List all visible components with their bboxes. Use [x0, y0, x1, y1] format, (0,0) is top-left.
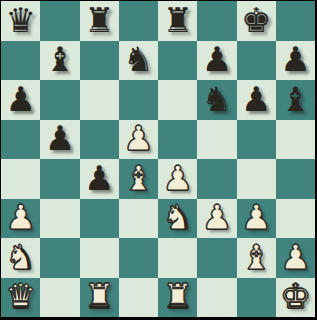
square-a2[interactable]: ♞ [1, 238, 40, 278]
piece-black-pawn[interactable]: ♟ [241, 82, 271, 116]
piece-white-pawn[interactable]: ♟ [280, 240, 310, 274]
square-a8[interactable]: ♛ [1, 1, 40, 41]
board-grid: ♛♜♜♚♝♞♟♟♟♞♟♝♟♟♟♝♟♟♞♟♟♞♝♟♛♜♜♚ [1, 1, 315, 317]
square-d2[interactable] [119, 238, 158, 278]
square-c8[interactable]: ♜ [80, 1, 119, 41]
square-e6[interactable] [158, 80, 197, 120]
square-d1[interactable] [119, 278, 158, 318]
square-c2[interactable] [80, 238, 119, 278]
piece-white-queen[interactable]: ♛ [5, 279, 35, 313]
square-h6[interactable]: ♝ [276, 80, 315, 120]
square-d8[interactable] [119, 1, 158, 41]
square-f7[interactable]: ♟ [197, 41, 236, 81]
square-h7[interactable]: ♟ [276, 41, 315, 81]
square-f4[interactable] [197, 159, 236, 199]
square-e3[interactable]: ♞ [158, 199, 197, 239]
square-h3[interactable] [276, 199, 315, 239]
square-b1[interactable] [40, 278, 79, 318]
square-f6[interactable]: ♞ [197, 80, 236, 120]
piece-white-pawn[interactable]: ♟ [202, 200, 232, 234]
piece-black-bishop[interactable]: ♝ [45, 42, 75, 76]
piece-white-king[interactable]: ♚ [280, 279, 310, 313]
square-b7[interactable]: ♝ [40, 41, 79, 81]
square-a5[interactable] [1, 120, 40, 160]
square-e2[interactable] [158, 238, 197, 278]
square-h5[interactable] [276, 120, 315, 160]
square-f5[interactable] [197, 120, 236, 160]
square-g5[interactable] [237, 120, 276, 160]
square-g7[interactable] [237, 41, 276, 81]
square-h8[interactable] [276, 1, 315, 41]
square-b4[interactable] [40, 159, 79, 199]
square-g1[interactable] [237, 278, 276, 318]
square-h2[interactable]: ♟ [276, 238, 315, 278]
square-d5[interactable]: ♟ [119, 120, 158, 160]
piece-white-knight[interactable]: ♞ [162, 200, 192, 234]
piece-black-knight[interactable]: ♞ [123, 42, 153, 76]
square-a4[interactable] [1, 159, 40, 199]
square-b3[interactable] [40, 199, 79, 239]
square-a6[interactable]: ♟ [1, 80, 40, 120]
square-g2[interactable]: ♝ [237, 238, 276, 278]
square-b2[interactable] [40, 238, 79, 278]
square-g3[interactable]: ♟ [237, 199, 276, 239]
square-a3[interactable]: ♟ [1, 199, 40, 239]
square-d7[interactable]: ♞ [119, 41, 158, 81]
square-g6[interactable]: ♟ [237, 80, 276, 120]
chess-board: ♛♜♜♚♝♞♟♟♟♞♟♝♟♟♟♝♟♟♞♟♟♞♝♟♛♜♜♚ [0, 0, 317, 320]
square-e8[interactable]: ♜ [158, 1, 197, 41]
square-f2[interactable] [197, 238, 236, 278]
square-g4[interactable] [237, 159, 276, 199]
square-b6[interactable] [40, 80, 79, 120]
square-e1[interactable]: ♜ [158, 278, 197, 318]
piece-black-knight[interactable]: ♞ [202, 82, 232, 116]
square-a1[interactable]: ♛ [1, 278, 40, 318]
piece-black-pawn[interactable]: ♟ [5, 82, 35, 116]
square-f3[interactable]: ♟ [197, 199, 236, 239]
piece-black-rook[interactable]: ♜ [84, 3, 114, 37]
square-c6[interactable] [80, 80, 119, 120]
piece-black-pawn[interactable]: ♟ [202, 42, 232, 76]
square-d6[interactable] [119, 80, 158, 120]
piece-white-bishop[interactable]: ♝ [241, 240, 271, 274]
piece-black-pawn[interactable]: ♟ [45, 121, 75, 155]
square-c5[interactable] [80, 120, 119, 160]
square-c1[interactable]: ♜ [80, 278, 119, 318]
piece-white-knight[interactable]: ♞ [5, 240, 35, 274]
square-c3[interactable] [80, 199, 119, 239]
square-g8[interactable]: ♚ [237, 1, 276, 41]
square-e4[interactable]: ♟ [158, 159, 197, 199]
piece-black-rook[interactable]: ♜ [162, 3, 192, 37]
piece-white-rook[interactable]: ♜ [162, 279, 192, 313]
piece-white-bishop[interactable]: ♝ [123, 161, 153, 195]
square-d3[interactable] [119, 199, 158, 239]
piece-white-rook[interactable]: ♜ [84, 279, 114, 313]
square-e7[interactable] [158, 41, 197, 81]
square-f1[interactable] [197, 278, 236, 318]
piece-white-pawn[interactable]: ♟ [123, 121, 153, 155]
piece-black-pawn[interactable]: ♟ [84, 161, 114, 195]
piece-black-queen[interactable]: ♛ [5, 3, 35, 37]
piece-white-pawn[interactable]: ♟ [5, 200, 35, 234]
piece-black-pawn[interactable]: ♟ [280, 42, 310, 76]
piece-black-bishop[interactable]: ♝ [280, 82, 310, 116]
piece-white-pawn[interactable]: ♟ [241, 200, 271, 234]
square-e5[interactable] [158, 120, 197, 160]
piece-white-pawn[interactable]: ♟ [162, 161, 192, 195]
square-c4[interactable]: ♟ [80, 159, 119, 199]
square-b5[interactable]: ♟ [40, 120, 79, 160]
square-a7[interactable] [1, 41, 40, 81]
square-d4[interactable]: ♝ [119, 159, 158, 199]
square-h1[interactable]: ♚ [276, 278, 315, 318]
square-c7[interactable] [80, 41, 119, 81]
piece-black-king[interactable]: ♚ [241, 3, 271, 37]
square-h4[interactable] [276, 159, 315, 199]
square-f8[interactable] [197, 1, 236, 41]
square-b8[interactable] [40, 1, 79, 41]
